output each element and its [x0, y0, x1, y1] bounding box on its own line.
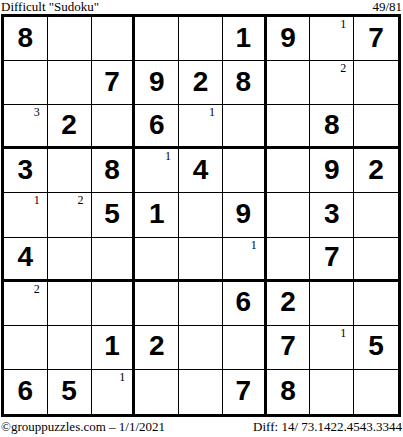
given-digit: 2	[193, 68, 209, 96]
given-digit: 5	[104, 200, 120, 228]
given-digit: 3	[324, 200, 340, 228]
sudoku-cell-r8c2[interactable]	[48, 326, 92, 370]
sudoku-cell-r5c6[interactable]: 9	[223, 193, 267, 237]
given-digit: 2	[149, 332, 165, 360]
sudoku-cell-r3c9[interactable]	[354, 105, 398, 149]
given-digit: 2	[280, 288, 296, 316]
pencil-mark: 1	[119, 370, 125, 384]
sudoku-cell-r6c3[interactable]	[92, 238, 136, 282]
given-digit: 4	[18, 243, 34, 271]
sudoku-cell-r1c8[interactable]: 1	[310, 17, 354, 61]
given-digit: 1	[235, 24, 251, 52]
sudoku-cell-r7c6[interactable]: 6	[223, 282, 267, 326]
given-digit: 6	[18, 377, 34, 405]
sudoku-cell-r5c4[interactable]: 1	[135, 193, 179, 237]
sudoku-cell-r5c2[interactable]: 2	[48, 193, 92, 237]
sudoku-cell-r1c4[interactable]	[135, 17, 179, 61]
sudoku-cell-r9c9[interactable]	[354, 370, 398, 414]
sudoku-cell-r8c1[interactable]	[4, 326, 48, 370]
sudoku-cell-r6c8[interactable]: 7	[310, 238, 354, 282]
given-digit: 8	[235, 68, 251, 96]
given-digit: 1	[149, 200, 165, 228]
sudoku-cell-r8c7[interactable]: 7	[267, 326, 311, 370]
sudoku-cell-r2c2[interactable]	[48, 61, 92, 105]
sudoku-cell-r2c4[interactable]: 9	[135, 61, 179, 105]
sudoku-cell-r6c7[interactable]	[267, 238, 311, 282]
pencil-mark: 2	[78, 193, 84, 207]
sudoku-cell-r9c5[interactable]	[179, 370, 223, 414]
pencil-mark: 1	[340, 17, 346, 31]
sudoku-cell-r7c5[interactable]	[179, 282, 223, 326]
page-title: Difficult "Sudoku"	[1, 0, 99, 13]
sudoku-cell-r6c5[interactable]	[179, 238, 223, 282]
sudoku-cell-r2c7[interactable]	[267, 61, 311, 105]
sudoku-cell-r5c1[interactable]: 1	[4, 193, 48, 237]
sudoku-cell-r5c7[interactable]	[267, 193, 311, 237]
given-digit: 8	[324, 111, 340, 139]
sudoku-cell-r1c5[interactable]	[179, 17, 223, 61]
sudoku-cell-r8c9[interactable]: 5	[354, 326, 398, 370]
sudoku-cell-r4c7[interactable]	[267, 149, 311, 193]
given-digit: 4	[193, 156, 209, 184]
sudoku-cell-r3c5[interactable]: 1	[179, 105, 223, 149]
given-digit: 3	[18, 156, 34, 184]
sudoku-cell-r9c4[interactable]	[135, 370, 179, 414]
sudoku-page: Difficult "Sudoku" 49/81 819177928232618…	[0, 0, 403, 437]
pencil-mark: 1	[34, 193, 40, 207]
sudoku-cell-r4c3[interactable]: 8	[92, 149, 136, 193]
sudoku-cell-r4c2[interactable]	[48, 149, 92, 193]
copyright-text: ©grouppuzzles.com – 1/1/2021	[1, 420, 165, 433]
given-digit: 7	[280, 332, 296, 360]
sudoku-cell-r8c3[interactable]: 1	[92, 326, 136, 370]
given-digit: 7	[104, 68, 120, 96]
sudoku-cell-r3c4[interactable]: 6	[135, 105, 179, 149]
sudoku-cell-r4c8[interactable]: 9	[310, 149, 354, 193]
sudoku-cell-r9c7[interactable]: 8	[267, 370, 311, 414]
sudoku-cell-r3c6[interactable]	[223, 105, 267, 149]
given-digit: 1	[104, 332, 120, 360]
sudoku-cell-r1c1[interactable]: 8	[4, 17, 48, 61]
given-digit: 7	[235, 377, 251, 405]
sudoku-cell-r1c7[interactable]: 9	[267, 17, 311, 61]
given-digit: 7	[368, 24, 384, 52]
sudoku-cell-r7c2[interactable]	[48, 282, 92, 326]
sudoku-board: 8191779282326183814921251934172621271565…	[1, 14, 401, 417]
given-digit: 2	[368, 156, 384, 184]
pencil-mark: 2	[34, 282, 40, 296]
pencil-mark: 2	[340, 61, 346, 75]
given-digit: 5	[368, 332, 384, 360]
sudoku-cell-r7c8[interactable]	[310, 282, 354, 326]
sudoku-cell-r3c8[interactable]: 8	[310, 105, 354, 149]
sudoku-cell-r1c6[interactable]: 1	[223, 17, 267, 61]
pencil-mark: 1	[340, 326, 346, 340]
remaining-counter: 49/81	[372, 0, 402, 13]
sudoku-cell-r8c8[interactable]: 1	[310, 326, 354, 370]
sudoku-cell-r6c6[interactable]: 1	[223, 238, 267, 282]
sudoku-cell-r4c6[interactable]	[223, 149, 267, 193]
sudoku-cell-r6c1[interactable]: 4	[4, 238, 48, 282]
sudoku-cell-r5c3[interactable]: 5	[92, 193, 136, 237]
header: Difficult "Sudoku" 49/81	[0, 0, 403, 14]
given-digit: 7	[324, 243, 340, 271]
sudoku-cell-r2c6[interactable]: 8	[223, 61, 267, 105]
given-digit: 6	[235, 288, 251, 316]
sudoku-cell-r8c6[interactable]	[223, 326, 267, 370]
difficulty-text: Diff: 14/ 73.1422.4543.3344	[253, 420, 402, 433]
sudoku-cell-r6c2[interactable]	[48, 238, 92, 282]
sudoku-cell-r9c8[interactable]	[310, 370, 354, 414]
sudoku-cell-r7c7[interactable]: 2	[267, 282, 311, 326]
sudoku-cell-r3c2[interactable]: 2	[48, 105, 92, 149]
sudoku-cell-r5c8[interactable]: 3	[310, 193, 354, 237]
sudoku-cell-r9c3[interactable]: 1	[92, 370, 136, 414]
sudoku-cell-r4c1[interactable]: 3	[4, 149, 48, 193]
sudoku-cell-r3c1[interactable]: 3	[4, 105, 48, 149]
given-digit: 6	[149, 111, 165, 139]
given-digit: 9	[324, 156, 340, 184]
given-digit: 8	[280, 377, 296, 405]
sudoku-cell-r4c4[interactable]: 1	[135, 149, 179, 193]
given-digit: 8	[104, 156, 120, 184]
sudoku-cell-r7c3[interactable]	[92, 282, 136, 326]
pencil-mark: 1	[165, 149, 171, 163]
sudoku-cell-r8c5[interactable]	[179, 326, 223, 370]
sudoku-cell-r2c1[interactable]	[4, 61, 48, 105]
sudoku-cell-r2c8[interactable]: 2	[310, 61, 354, 105]
sudoku-cell-r5c5[interactable]	[179, 193, 223, 237]
given-digit: 5	[61, 377, 77, 405]
sudoku-cell-r5c9[interactable]	[354, 193, 398, 237]
given-digit: 2	[61, 111, 77, 139]
sudoku-cell-r9c6[interactable]: 7	[223, 370, 267, 414]
given-digit: 9	[235, 200, 251, 228]
sudoku-cell-r9c2[interactable]: 5	[48, 370, 92, 414]
sudoku-cell-r3c3[interactable]	[92, 105, 136, 149]
sudoku-cell-r7c1[interactable]: 2	[4, 282, 48, 326]
sudoku-cell-r3c7[interactable]	[267, 105, 311, 149]
sudoku-cell-r2c5[interactable]: 2	[179, 61, 223, 105]
sudoku-cell-r4c9[interactable]: 2	[354, 149, 398, 193]
given-digit: 9	[149, 68, 165, 96]
footer: ©grouppuzzles.com – 1/1/2021 Diff: 14/ 7…	[0, 417, 403, 433]
sudoku-cell-r1c9[interactable]: 7	[354, 17, 398, 61]
pencil-mark: 1	[251, 238, 257, 252]
sudoku-cell-r2c9[interactable]	[354, 61, 398, 105]
sudoku-cell-r7c4[interactable]	[135, 282, 179, 326]
given-digit: 8	[18, 24, 34, 52]
sudoku-cell-r8c4[interactable]: 2	[135, 326, 179, 370]
sudoku-cell-r9c1[interactable]: 6	[4, 370, 48, 414]
sudoku-cell-r1c3[interactable]	[92, 17, 136, 61]
given-digit: 9	[280, 24, 296, 52]
sudoku-cell-r1c2[interactable]	[48, 17, 92, 61]
sudoku-cell-r6c4[interactable]	[135, 238, 179, 282]
sudoku-cell-r6c9[interactable]	[354, 238, 398, 282]
pencil-mark: 3	[34, 105, 40, 119]
sudoku-cell-r7c9[interactable]	[354, 282, 398, 326]
sudoku-cell-r2c3[interactable]: 7	[92, 61, 136, 105]
sudoku-cell-r4c5[interactable]: 4	[179, 149, 223, 193]
pencil-mark: 1	[209, 105, 215, 119]
